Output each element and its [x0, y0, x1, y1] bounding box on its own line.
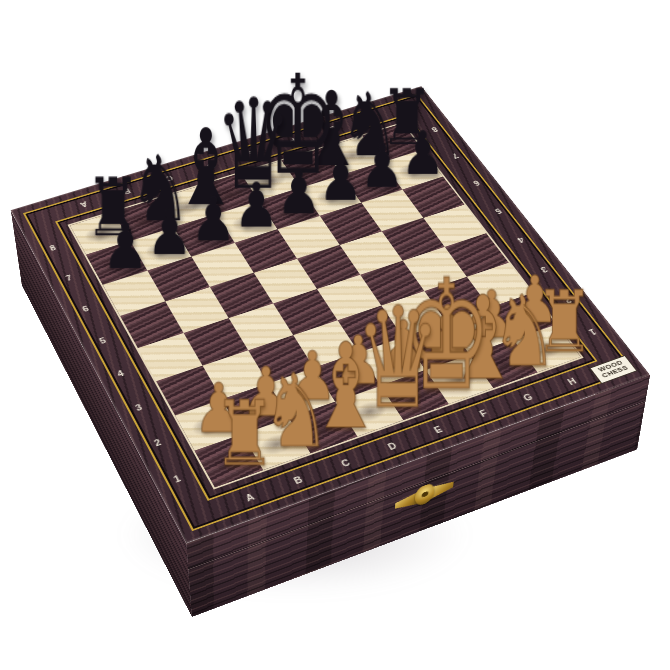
black-pawn[interactable]: ♟ — [101, 215, 149, 278]
square-f5[interactable] — [340, 231, 403, 274]
clasp-right-wing — [431, 479, 454, 499]
brass-clasp-icon — [395, 473, 455, 519]
black-pawn[interactable]: ♟ — [146, 201, 193, 264]
clasp-knob — [415, 482, 435, 508]
file-label: B — [272, 468, 327, 497]
white-rook[interactable]: ♜ — [213, 389, 266, 479]
rank-label: 1 — [160, 458, 195, 500]
black-pawn[interactable]: ♟ — [400, 123, 445, 183]
rank-label: 4 — [104, 354, 137, 392]
lid-seam — [18, 259, 19, 263]
black-pawn[interactable]: ♟ — [233, 174, 280, 236]
black-pawn[interactable]: ♟ — [359, 136, 405, 196]
rank-label: 7 — [54, 260, 84, 295]
rank-label: 2 — [140, 422, 174, 463]
brand-label: WOOD CHESS — [589, 355, 637, 384]
rank-label: 4 — [503, 223, 539, 257]
rank-label: 6 — [460, 168, 494, 200]
rank-label: 3 — [122, 388, 155, 428]
black-pawn[interactable]: ♟ — [318, 148, 364, 209]
square-c5[interactable] — [210, 273, 273, 318]
black-pawn[interactable]: ♟ — [190, 188, 237, 250]
black-pawn[interactable]: ♟ — [276, 161, 322, 222]
file-label: A — [223, 485, 278, 514]
rank-label: 5 — [481, 195, 516, 228]
rank-label: 8 — [38, 231, 68, 265]
rank-label: 5 — [87, 322, 119, 359]
rank-label: 6 — [70, 291, 101, 327]
chess-set-photo: ♜♞♝♛♚♝♞♜♟♟♟♟♟♟♟♟♟♟♟♟♟♟♟♟♜♞♝♛♚♝♞♜ ABCDEFG… — [0, 0, 670, 670]
